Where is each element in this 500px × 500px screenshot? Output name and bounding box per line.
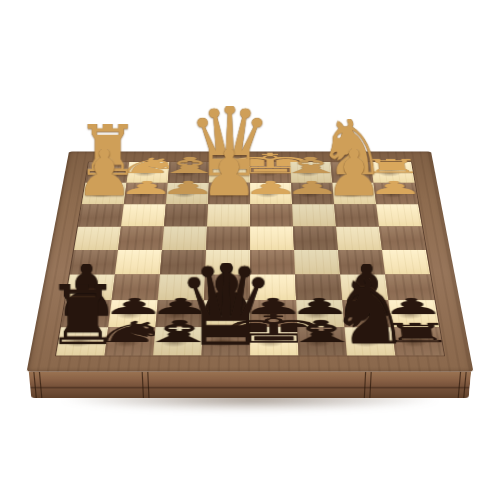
- square-f4[interactable]: [293, 227, 338, 250]
- frame-seam: [458, 372, 467, 398]
- piece-white-pawn[interactable]: ♟: [76, 149, 134, 197]
- square-h4[interactable]: [379, 227, 426, 250]
- square-b4[interactable]: [118, 227, 164, 250]
- square-d3[interactable]: [207, 204, 250, 226]
- edge-groove: [30, 386, 470, 388]
- fold-seam: [364, 372, 372, 398]
- square-a3[interactable]: [78, 204, 124, 226]
- board-squares-grid: ♜♞♝♛♚♝♞♜♟♟♟♟♟♟♟♟♟♟♟♟♟♟♟♟♜♞♝♛♚♝♞♜: [56, 162, 444, 355]
- square-g8[interactable]: ♞: [345, 327, 396, 355]
- square-b5[interactable]: [115, 250, 162, 275]
- piece-white-pawn[interactable]: ♟: [325, 149, 383, 197]
- fold-seam: [142, 372, 150, 398]
- square-h3[interactable]: [376, 204, 422, 226]
- piece-black-rook[interactable]: ♜: [45, 284, 119, 346]
- scene: ♜♞♝♛♚♝♞♜♟♟♟♟♟♟♟♟♟♟♟♟♟♟♟♟♜♞♝♛♚♝♞♜: [0, 0, 500, 500]
- piece-black-queen[interactable]: ♛: [175, 263, 276, 348]
- square-d8[interactable]: ♛: [202, 327, 250, 355]
- square-e3[interactable]: [250, 204, 293, 226]
- piece-white-pawn[interactable]: ♟: [200, 149, 258, 197]
- board-front-edge: [29, 372, 471, 398]
- square-c3[interactable]: [164, 204, 208, 226]
- chess-set-photo: ♜♞♝♛♚♝♞♜♟♟♟♟♟♟♟♟♟♟♟♟♟♟♟♟♜♞♝♛♚♝♞♜: [0, 0, 500, 500]
- square-b3[interactable]: [121, 204, 166, 226]
- piece-black-knight[interactable]: ♞: [329, 278, 411, 347]
- square-f3[interactable]: [292, 204, 336, 226]
- square-a4[interactable]: [74, 227, 121, 250]
- frame-seam: [33, 372, 42, 398]
- chess-board: ♜♞♝♛♚♝♞♜♟♟♟♟♟♟♟♟♟♟♟♟♟♟♟♟♜♞♝♛♚♝♞♜: [27, 151, 474, 371]
- square-a8[interactable]: ♜: [56, 327, 108, 355]
- square-g4[interactable]: [336, 227, 382, 250]
- square-g3[interactable]: [334, 204, 379, 226]
